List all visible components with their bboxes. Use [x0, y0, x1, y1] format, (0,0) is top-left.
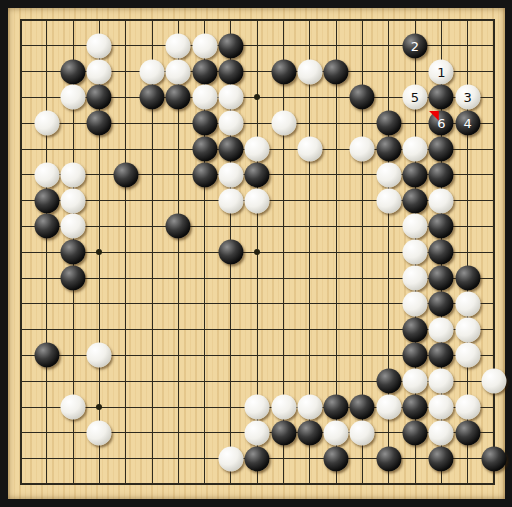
grid-horizontal-line — [20, 483, 495, 485]
white-stone — [245, 420, 270, 445]
white-stone — [403, 240, 428, 265]
black-stone — [350, 85, 375, 110]
white-stone — [245, 188, 270, 213]
white-stone — [245, 137, 270, 162]
move-number-label: 1 — [437, 65, 445, 78]
black-stone — [481, 446, 506, 471]
white-stone — [218, 111, 243, 136]
white-stone — [376, 162, 401, 187]
black-stone — [324, 395, 349, 420]
black-stone — [403, 162, 428, 187]
white-stone — [455, 343, 480, 368]
white-stone — [140, 59, 165, 84]
black-stone — [192, 137, 217, 162]
black-stone — [350, 395, 375, 420]
black-stone — [271, 59, 296, 84]
white-stone — [218, 162, 243, 187]
black-stone — [403, 188, 428, 213]
white-stone — [87, 33, 112, 58]
black-stone — [34, 188, 59, 213]
white-stone — [297, 395, 322, 420]
white-stone — [403, 291, 428, 316]
black-stone — [218, 33, 243, 58]
black-stone — [87, 111, 112, 136]
black-stone — [429, 291, 454, 316]
black-stone — [403, 343, 428, 368]
black-stone — [113, 162, 138, 187]
black-stone — [192, 162, 217, 187]
black-stone — [34, 214, 59, 239]
white-stone — [34, 162, 59, 187]
white-stone — [403, 266, 428, 291]
black-stone — [429, 162, 454, 187]
white-stone — [297, 59, 322, 84]
black-stone — [245, 446, 270, 471]
black-stone — [429, 343, 454, 368]
white-stone — [429, 369, 454, 394]
black-stone — [140, 85, 165, 110]
star-point — [254, 249, 260, 255]
white-stone — [350, 420, 375, 445]
black-stone — [455, 420, 480, 445]
black-stone — [376, 137, 401, 162]
white-stone — [87, 420, 112, 445]
white-stone-move-5: 5 — [403, 85, 428, 110]
black-stone — [376, 446, 401, 471]
black-stone — [61, 240, 86, 265]
white-stone — [429, 317, 454, 342]
black-stone-move-4: 4 — [455, 111, 480, 136]
white-stone — [87, 59, 112, 84]
black-stone — [376, 369, 401, 394]
black-stone — [429, 446, 454, 471]
white-stone — [271, 395, 296, 420]
black-stone — [297, 420, 322, 445]
white-stone — [455, 291, 480, 316]
white-stone — [429, 188, 454, 213]
white-stone — [61, 85, 86, 110]
white-stone — [376, 395, 401, 420]
black-stone — [192, 111, 217, 136]
black-stone — [61, 266, 86, 291]
black-stone — [376, 111, 401, 136]
star-point — [96, 249, 102, 255]
white-stone-move-3: 3 — [455, 85, 480, 110]
grid-horizontal-line — [20, 19, 495, 21]
black-stone — [429, 214, 454, 239]
white-stone — [218, 85, 243, 110]
black-stone — [324, 446, 349, 471]
black-stone — [61, 59, 86, 84]
black-stone — [218, 59, 243, 84]
move-number-label: 2 — [411, 39, 419, 52]
black-stone — [324, 59, 349, 84]
white-stone — [218, 188, 243, 213]
black-stone — [429, 137, 454, 162]
black-stone — [166, 85, 191, 110]
black-stone — [403, 317, 428, 342]
black-stone — [245, 162, 270, 187]
white-stone — [350, 137, 375, 162]
black-stone — [403, 420, 428, 445]
white-stone — [34, 111, 59, 136]
white-stone — [271, 111, 296, 136]
move-number-label: 5 — [411, 91, 419, 104]
white-stone — [166, 59, 191, 84]
white-stone — [403, 137, 428, 162]
white-stone — [61, 214, 86, 239]
white-stone — [455, 395, 480, 420]
white-stone — [481, 369, 506, 394]
black-stone — [34, 343, 59, 368]
move-number-label: 4 — [463, 117, 471, 130]
black-stone — [429, 266, 454, 291]
black-stone — [166, 214, 191, 239]
black-stone — [192, 59, 217, 84]
white-stone — [218, 446, 243, 471]
white-stone — [403, 214, 428, 239]
white-stone-move-1: 1 — [429, 59, 454, 84]
white-stone — [297, 137, 322, 162]
white-stone — [192, 85, 217, 110]
white-stone — [61, 162, 86, 187]
black-stone — [403, 395, 428, 420]
white-stone — [61, 188, 86, 213]
white-stone — [403, 369, 428, 394]
white-stone — [61, 395, 86, 420]
black-stone-move-2: 2 — [403, 33, 428, 58]
white-stone — [245, 395, 270, 420]
white-stone — [429, 395, 454, 420]
go-board[interactable]: 215364 — [8, 8, 505, 499]
white-stone — [429, 420, 454, 445]
star-point — [96, 404, 102, 410]
white-stone — [87, 343, 112, 368]
white-stone — [376, 188, 401, 213]
black-stone — [218, 240, 243, 265]
white-stone — [166, 33, 191, 58]
white-stone — [192, 33, 217, 58]
white-stone — [455, 317, 480, 342]
black-stone — [218, 137, 243, 162]
white-stone — [324, 420, 349, 445]
black-stone — [271, 420, 296, 445]
move-number-label: 3 — [463, 91, 471, 104]
black-stone — [429, 240, 454, 265]
go-board-window: 215364 — [0, 0, 512, 507]
black-stone — [455, 266, 480, 291]
black-stone — [429, 85, 454, 110]
star-point — [254, 94, 260, 100]
black-stone — [87, 85, 112, 110]
